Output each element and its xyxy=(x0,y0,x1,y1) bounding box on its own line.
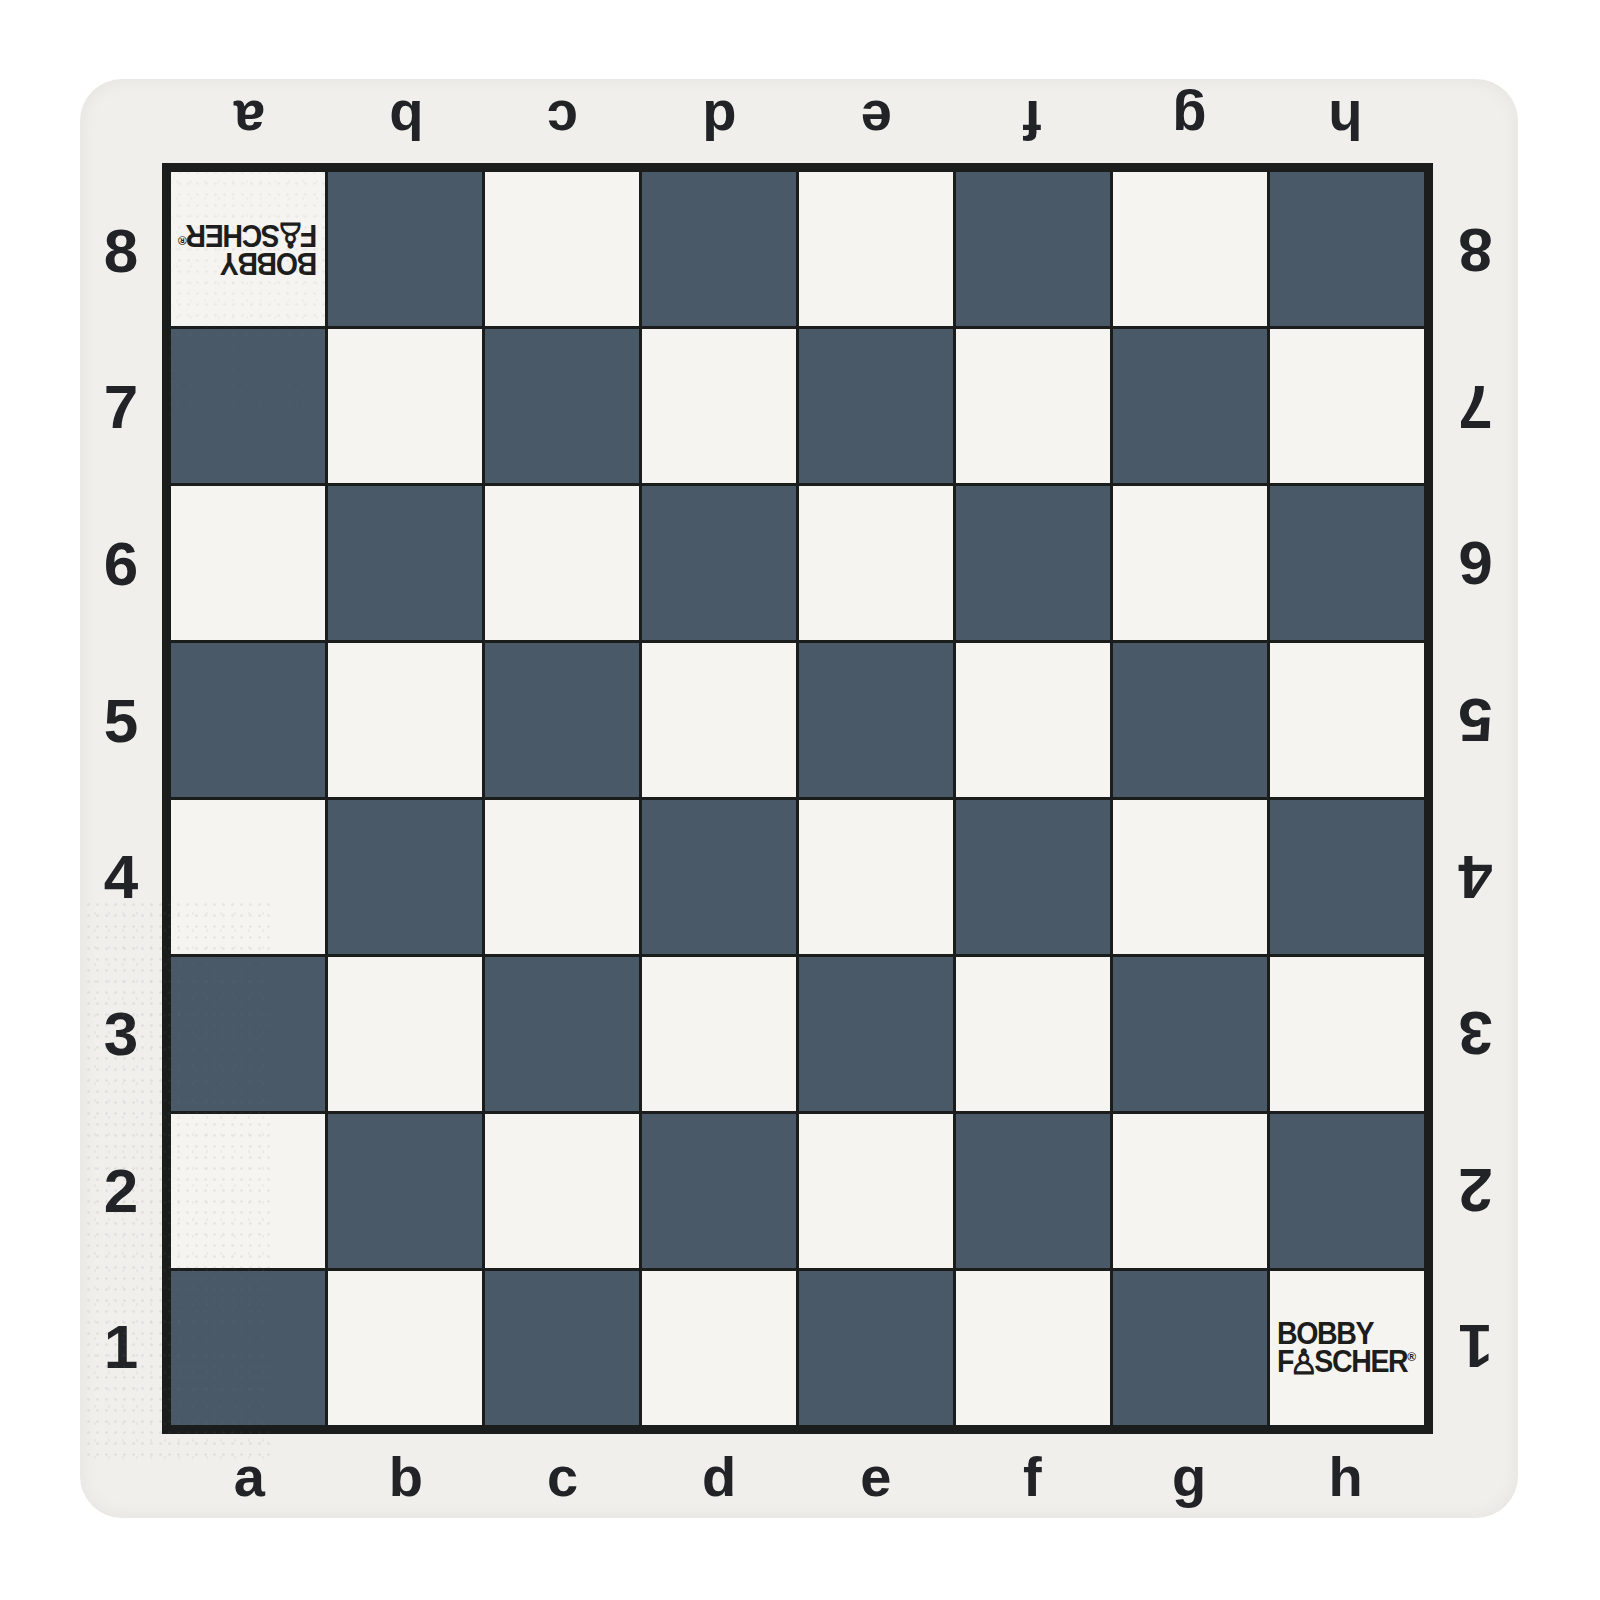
file-label-b-bottom: b xyxy=(328,1434,485,1518)
square-h2[interactable] xyxy=(1270,1114,1424,1268)
square-d5[interactable] xyxy=(642,643,796,797)
bobby-fischer-logo: BOBBYF♙SCHER® xyxy=(1277,1321,1416,1375)
rank-label-1-left: 1 xyxy=(80,1268,162,1425)
square-h3[interactable] xyxy=(1270,957,1424,1111)
rank-label-8-right: 8 xyxy=(1433,172,1518,329)
rank-label-2-left: 2 xyxy=(80,1112,162,1269)
square-a4[interactable] xyxy=(171,800,325,954)
square-h7[interactable] xyxy=(1270,329,1424,483)
square-f7[interactable] xyxy=(956,329,1110,483)
square-b8[interactable] xyxy=(328,172,482,326)
square-h1[interactable]: BOBBYF♙SCHER® xyxy=(1270,1271,1424,1425)
file-label-g-bottom: g xyxy=(1111,1434,1268,1518)
square-e7[interactable] xyxy=(799,329,953,483)
rank-label-4-right: 4 xyxy=(1433,799,1518,956)
square-d8[interactable] xyxy=(642,172,796,326)
square-b4[interactable] xyxy=(328,800,482,954)
square-g2[interactable] xyxy=(1113,1114,1267,1268)
square-d4[interactable] xyxy=(642,800,796,954)
file-labels-top: abcdefgh xyxy=(171,79,1424,163)
square-b1[interactable] xyxy=(328,1271,482,1425)
file-label-b-top: b xyxy=(328,79,485,163)
square-f3[interactable] xyxy=(956,957,1110,1111)
square-g4[interactable] xyxy=(1113,800,1267,954)
logo-line2-suffix: SCHER xyxy=(187,218,280,253)
square-f2[interactable] xyxy=(956,1114,1110,1268)
square-d1[interactable] xyxy=(642,1271,796,1425)
file-label-g-top: g xyxy=(1111,79,1268,163)
rank-label-1-right: 1 xyxy=(1433,1268,1518,1425)
chess-mat: abcdefgh 87654321 BOBBYF♙SCHER®BOBBYF♙SC… xyxy=(80,79,1518,1518)
square-a2[interactable] xyxy=(171,1114,325,1268)
file-label-f-bottom: f xyxy=(954,1434,1111,1518)
rank-labels-right: 87654321 xyxy=(1433,172,1518,1425)
rank-label-3-left: 3 xyxy=(80,955,162,1112)
square-e4[interactable] xyxy=(799,800,953,954)
square-a6[interactable] xyxy=(171,486,325,640)
rank-label-8-left: 8 xyxy=(80,172,162,329)
rank-label-6-right: 6 xyxy=(1433,485,1518,642)
square-g8[interactable] xyxy=(1113,172,1267,326)
square-c6[interactable] xyxy=(485,486,639,640)
file-label-c-top: c xyxy=(484,79,641,163)
chess-board: BOBBYF♙SCHER®BOBBYF♙SCHER® xyxy=(162,163,1433,1434)
rank-label-5-right: 5 xyxy=(1433,642,1518,799)
rank-label-7-right: 7 xyxy=(1433,329,1518,486)
file-label-d-bottom: d xyxy=(641,1434,798,1518)
file-label-e-bottom: e xyxy=(798,1434,955,1518)
rank-label-5-left: 5 xyxy=(80,642,162,799)
square-b2[interactable] xyxy=(328,1114,482,1268)
square-h4[interactable] xyxy=(1270,800,1424,954)
square-a7[interactable] xyxy=(171,329,325,483)
square-c4[interactable] xyxy=(485,800,639,954)
file-label-h-top: h xyxy=(1267,79,1424,163)
square-d7[interactable] xyxy=(642,329,796,483)
square-a8[interactable]: BOBBYF♙SCHER® xyxy=(171,172,325,326)
square-c3[interactable] xyxy=(485,957,639,1111)
rank-label-2-right: 2 xyxy=(1433,1112,1518,1269)
file-label-f-top: f xyxy=(954,79,1111,163)
registered-mark-icon: ® xyxy=(178,233,187,248)
square-c2[interactable] xyxy=(485,1114,639,1268)
rank-label-7-left: 7 xyxy=(80,329,162,486)
square-b7[interactable] xyxy=(328,329,482,483)
square-e6[interactable] xyxy=(799,486,953,640)
square-g3[interactable] xyxy=(1113,957,1267,1111)
rank-label-6-left: 6 xyxy=(80,485,162,642)
square-a3[interactable] xyxy=(171,957,325,1111)
square-g1[interactable] xyxy=(1113,1271,1267,1425)
square-b6[interactable] xyxy=(328,486,482,640)
file-label-h-bottom: h xyxy=(1267,1434,1424,1518)
file-label-a-bottom: a xyxy=(171,1434,328,1518)
square-e5[interactable] xyxy=(799,643,953,797)
square-f6[interactable] xyxy=(956,486,1110,640)
square-h5[interactable] xyxy=(1270,643,1424,797)
square-g7[interactable] xyxy=(1113,329,1267,483)
rank-labels-left: 87654321 xyxy=(80,172,162,1425)
bobby-fischer-logo: BOBBYF♙SCHER® xyxy=(178,222,317,276)
rank-label-3-right: 3 xyxy=(1433,955,1518,1112)
square-h6[interactable] xyxy=(1270,486,1424,640)
square-b5[interactable] xyxy=(328,643,482,797)
file-label-d-top: d xyxy=(641,79,798,163)
square-e1[interactable] xyxy=(799,1271,953,1425)
square-b3[interactable] xyxy=(328,957,482,1111)
square-f8[interactable] xyxy=(956,172,1110,326)
square-h8[interactable] xyxy=(1270,172,1424,326)
square-e2[interactable] xyxy=(799,1114,953,1268)
logo-line2-suffix: SCHER xyxy=(1315,1344,1408,1379)
pawn-icon: ♙ xyxy=(277,220,306,248)
square-f1[interactable] xyxy=(956,1271,1110,1425)
square-d6[interactable] xyxy=(642,486,796,640)
square-e8[interactable] xyxy=(799,172,953,326)
file-label-e-top: e xyxy=(798,79,955,163)
square-c8[interactable] xyxy=(485,172,639,326)
logo-line1: BOBBY xyxy=(178,251,317,276)
registered-mark-icon: ® xyxy=(1408,1349,1417,1364)
square-a5[interactable] xyxy=(171,643,325,797)
pawn-icon: ♙ xyxy=(1290,1348,1319,1376)
square-d2[interactable] xyxy=(642,1114,796,1268)
file-labels-bottom: abcdefgh xyxy=(171,1434,1424,1518)
square-f5[interactable] xyxy=(956,643,1110,797)
square-g6[interactable] xyxy=(1113,486,1267,640)
square-a1[interactable] xyxy=(171,1271,325,1425)
file-label-c-bottom: c xyxy=(484,1434,641,1518)
square-c5[interactable] xyxy=(485,643,639,797)
logo-line2: F♙SCHER® xyxy=(1277,1346,1416,1374)
square-c7[interactable] xyxy=(485,329,639,483)
file-label-a-top: a xyxy=(171,79,328,163)
square-e3[interactable] xyxy=(799,957,953,1111)
square-c1[interactable] xyxy=(485,1271,639,1425)
square-d3[interactable] xyxy=(642,957,796,1111)
square-g5[interactable] xyxy=(1113,643,1267,797)
rank-label-4-left: 4 xyxy=(80,799,162,956)
square-f4[interactable] xyxy=(956,800,1110,954)
logo-line2: F♙SCHER® xyxy=(178,222,317,250)
